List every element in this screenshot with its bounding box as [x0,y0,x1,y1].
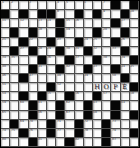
white-cell[interactable] [102,19,111,28]
white-cell[interactable] [75,111,84,120]
white-cell[interactable]: 11 [1,19,10,28]
clue-number: 33 [112,47,116,50]
clue-number: 66 [38,111,42,114]
white-cell[interactable] [121,129,130,138]
black-cell [10,120,19,129]
clue-number: 62 [66,101,70,104]
clue-number: 61 [38,101,42,104]
black-cell [65,92,74,101]
clue-number: 68 [93,111,97,114]
clue-number: 58 [130,92,134,95]
black-cell [65,138,74,147]
white-cell[interactable]: 54 [1,92,10,101]
white-cell[interactable]: 50 [111,74,120,83]
white-cell[interactable] [38,74,47,83]
white-cell[interactable]: 55 [47,92,56,101]
clue-number: 55 [47,92,51,95]
clue-number: 46 [2,74,6,77]
white-cell[interactable]: 58 [130,92,139,101]
white-cell[interactable] [38,120,47,129]
white-cell[interactable] [130,120,139,129]
white-cell[interactable]: 15 [65,19,74,28]
clue-number: 10 [130,10,134,13]
clue-number: 40 [2,65,6,68]
white-cell[interactable] [47,74,56,83]
white-cell[interactable] [75,65,84,74]
white-cell[interactable] [102,111,111,120]
white-cell[interactable] [10,101,19,110]
white-cell[interactable] [121,138,130,147]
black-cell [121,28,130,37]
white-cell[interactable]: 13 [38,19,47,28]
clue-number: 17 [121,19,125,22]
clue-number: 78 [84,129,88,132]
black-cell [10,47,19,56]
clue-number: 79 [112,129,116,132]
white-cell[interactable]: 3 [29,1,38,10]
white-cell[interactable] [84,56,93,65]
black-cell [47,120,56,129]
black-cell [47,129,56,138]
white-cell[interactable] [102,65,111,74]
white-cell[interactable] [65,129,74,138]
white-cell[interactable]: 28 [38,47,47,56]
white-cell[interactable]: 26 [121,38,130,47]
black-cell [130,111,139,120]
white-cell[interactable]: 32 [93,47,102,56]
white-cell[interactable]: 12 [19,19,28,28]
white-cell[interactable]: 80 [1,138,10,147]
clue-number: 51 [2,83,6,86]
clue-number: 63 [93,101,97,104]
crossword-grid: 1234567891011121314151617181920212223242… [0,0,140,148]
white-cell[interactable] [121,111,130,120]
white-cell[interactable]: 36 [47,56,56,65]
white-cell[interactable]: 65 [1,111,10,120]
white-cell[interactable]: 67 [65,111,74,120]
white-cell[interactable] [93,1,102,10]
white-cell[interactable]: 1 [1,1,10,10]
white-cell[interactable]: 37 [75,56,84,65]
white-cell[interactable] [29,56,38,65]
white-cell[interactable] [65,120,74,129]
black-cell [75,120,84,129]
clue-number: 56 [75,92,79,95]
black-cell [19,10,28,19]
white-cell[interactable] [10,83,19,92]
white-cell[interactable] [111,56,120,65]
black-cell [121,74,130,83]
white-cell[interactable]: 29 [47,47,56,56]
white-cell[interactable] [19,28,28,37]
black-cell [56,47,65,56]
clue-number: 38 [103,56,107,59]
black-cell [130,56,139,65]
black-cell [29,47,38,56]
white-cell[interactable] [102,74,111,83]
clue-number: 35 [11,56,15,59]
white-cell[interactable]: 56 [75,92,84,101]
white-cell[interactable] [84,28,93,37]
black-cell [84,101,93,110]
filled-letter: O [102,83,110,91]
white-cell[interactable] [1,28,10,37]
white-cell[interactable] [38,129,47,138]
clue-number: 2 [11,1,13,4]
white-cell[interactable]: 23 [56,38,65,47]
white-cell[interactable]: 51 [1,83,10,92]
white-cell[interactable] [102,38,111,47]
white-cell[interactable]: 82 [75,138,84,147]
white-cell[interactable] [1,47,10,56]
white-cell[interactable]: 48 [56,74,65,83]
white-cell[interactable]: 45 [130,65,139,74]
clue-number: 76 [29,129,33,132]
black-cell [111,1,120,10]
clue-number: 71 [57,120,61,123]
clue-number: 65 [2,111,6,114]
filled-letter: H [93,83,101,91]
black-cell [111,101,120,110]
clue-number: 72 [84,120,88,123]
black-cell [102,138,111,147]
white-cell[interactable] [130,47,139,56]
white-cell[interactable]: 69 [19,120,28,129]
white-cell[interactable]: 38 [102,56,111,65]
white-cell[interactable]: 41 [38,65,47,74]
clue-number: 81 [38,138,42,141]
white-cell[interactable] [38,83,47,92]
clue-number: 45 [130,65,134,68]
white-cell[interactable]: 73 [111,120,120,129]
white-cell[interactable]: 43 [93,65,102,74]
clue-number: 4 [57,1,59,4]
white-cell[interactable]: 39 [121,56,130,65]
clue-number: 77 [57,129,61,132]
black-cell [93,10,102,19]
white-cell[interactable]: 33 [111,47,120,56]
white-cell[interactable] [19,1,28,10]
white-cell[interactable] [84,19,93,28]
clue-number: 31 [75,47,79,50]
white-cell[interactable]: O [102,83,111,92]
white-cell[interactable] [111,28,120,37]
white-cell[interactable]: 81 [38,138,47,147]
black-cell [130,129,139,138]
clue-number: 24 [84,38,88,41]
black-cell [56,19,65,28]
white-cell[interactable]: 42 [65,65,74,74]
clue-number: 15 [66,19,70,22]
white-cell[interactable] [93,120,102,129]
white-cell[interactable] [121,120,130,129]
white-cell[interactable] [102,47,111,56]
white-cell[interactable] [47,101,56,110]
white-cell[interactable] [93,129,102,138]
white-cell[interactable]: 74 [1,129,10,138]
black-cell [111,111,120,120]
white-cell[interactable] [29,83,38,92]
white-cell[interactable] [75,83,84,92]
white-cell[interactable] [10,10,19,19]
white-cell[interactable] [84,138,93,147]
clue-number: 12 [20,19,24,22]
clue-number: 5 [66,1,68,4]
clue-number: 20 [103,28,107,31]
clue-number: 43 [93,65,97,68]
clue-number: 80 [2,138,6,141]
filled-letter: E [121,83,129,91]
white-cell[interactable] [1,120,10,129]
white-cell[interactable] [130,28,139,37]
clue-number: 83 [112,138,116,141]
clue-number: 42 [66,65,70,68]
white-cell[interactable]: 19 [65,28,74,37]
clue-number: 75 [11,129,15,132]
black-cell [19,129,28,138]
black-cell [130,83,139,92]
white-cell[interactable] [56,92,65,101]
black-cell [56,111,65,120]
white-cell[interactable] [121,92,130,101]
clue-number: 49 [84,74,88,77]
white-cell[interactable]: 17 [121,19,130,28]
black-cell [102,120,111,129]
white-cell[interactable] [10,19,19,28]
clue-number: 25 [93,38,97,41]
black-cell [84,111,93,120]
black-cell [29,28,38,37]
white-cell[interactable] [130,138,139,147]
black-cell [65,56,74,65]
white-cell[interactable] [65,10,74,19]
white-cell[interactable]: 20 [102,28,111,37]
white-cell[interactable] [10,38,19,47]
white-cell[interactable]: 66 [38,111,47,120]
white-cell[interactable] [93,74,102,83]
white-cell[interactable] [29,92,38,101]
clue-number: 18 [38,28,42,31]
white-cell[interactable]: P [111,83,120,92]
white-cell[interactable] [111,10,120,19]
white-cell[interactable]: 63 [93,101,102,110]
clue-number: 32 [93,47,97,50]
white-cell[interactable]: H [93,83,102,92]
white-cell[interactable] [130,101,139,110]
clue-number: 34 [2,56,6,59]
white-cell[interactable] [84,92,93,101]
white-cell[interactable] [56,138,65,147]
white-cell[interactable] [130,38,139,47]
white-cell[interactable]: 70 [29,120,38,129]
clue-number: 19 [66,28,70,31]
white-cell[interactable] [65,74,74,83]
clue-number: 59 [2,101,6,104]
black-cell [111,38,120,47]
white-cell[interactable] [29,10,38,19]
black-cell [130,1,139,10]
white-cell[interactable] [111,92,120,101]
clue-number: 73 [112,120,116,123]
black-cell [47,83,56,92]
white-cell[interactable] [19,111,28,120]
white-cell[interactable] [10,111,19,120]
white-cell[interactable] [10,74,19,83]
black-cell [111,65,120,74]
white-cell[interactable] [65,83,74,92]
white-cell[interactable]: 24 [84,38,93,47]
white-cell[interactable]: 10 [130,10,139,19]
white-cell[interactable]: 25 [93,38,102,47]
white-cell[interactable] [84,83,93,92]
white-cell[interactable] [93,19,102,28]
black-cell [47,38,56,47]
black-cell [19,74,28,83]
clue-number: 9 [103,10,105,13]
white-cell[interactable]: 35 [10,56,19,65]
black-cell [56,28,65,37]
white-cell[interactable]: 46 [1,74,10,83]
white-cell[interactable]: 31 [75,47,84,56]
black-cell [93,28,102,37]
white-cell[interactable]: 44 [121,65,130,74]
white-cell[interactable] [56,56,65,65]
clue-number: 3 [29,1,31,4]
black-cell [19,92,28,101]
white-cell[interactable] [65,38,74,47]
black-cell [38,92,47,101]
black-cell [29,65,38,74]
white-cell[interactable]: 9 [102,10,111,19]
white-cell[interactable]: 75 [10,129,19,138]
white-cell[interactable] [19,138,28,147]
white-cell[interactable]: 83 [111,138,120,147]
black-cell [29,138,38,147]
white-cell[interactable]: 6 [84,1,93,10]
white-cell[interactable] [93,138,102,147]
black-cell [102,129,111,138]
clue-number: 8 [57,10,59,13]
white-cell[interactable]: 34 [1,56,10,65]
white-cell[interactable] [38,38,47,47]
white-cell[interactable]: 8 [56,10,65,19]
white-cell[interactable]: 21 [1,38,10,47]
black-cell [111,19,120,28]
clue-number: 27 [20,47,24,50]
white-cell[interactable]: 78 [84,129,93,138]
black-cell [47,10,56,19]
white-cell[interactable] [75,101,84,110]
clue-number: 54 [2,92,6,95]
white-cell[interactable] [47,111,56,120]
white-cell[interactable]: 62 [65,101,74,110]
white-cell[interactable] [47,138,56,147]
white-cell[interactable] [10,65,19,74]
clue-number: 50 [112,74,116,77]
black-cell [56,101,65,110]
white-cell[interactable] [75,28,84,37]
white-cell[interactable]: 47 [29,74,38,83]
clue-number: 14 [47,19,51,22]
white-cell[interactable]: 16 [75,19,84,28]
white-cell[interactable] [10,92,19,101]
white-cell[interactable]: 27 [19,47,28,56]
clue-number: 82 [75,138,79,141]
white-cell[interactable]: 4 [56,1,65,10]
clue-number: 39 [121,56,125,59]
white-cell[interactable] [130,74,139,83]
white-cell[interactable]: 5 [65,1,74,10]
white-cell[interactable]: 77 [56,129,65,138]
white-cell[interactable] [102,101,111,110]
white-cell[interactable]: 61 [38,101,47,110]
white-cell[interactable] [29,19,38,28]
white-cell[interactable]: 68 [93,111,102,120]
white-cell[interactable]: 60 [19,101,28,110]
white-cell[interactable] [38,1,47,10]
clue-number: 67 [66,111,70,114]
white-cell[interactable]: 76 [29,129,38,138]
white-cell[interactable]: 59 [1,101,10,110]
white-cell[interactable] [19,56,28,65]
white-cell[interactable]: 2 [10,1,19,10]
white-cell[interactable] [47,65,56,74]
black-cell [29,111,38,120]
white-cell[interactable]: 79 [111,129,120,138]
white-cell[interactable]: 18 [38,28,47,37]
white-cell[interactable] [19,65,28,74]
clue-number: 47 [29,74,33,77]
white-cell[interactable] [47,28,56,37]
clue-number: 74 [2,129,6,132]
black-cell [10,28,19,37]
white-cell[interactable] [47,1,56,10]
black-cell [38,10,47,19]
black-cell [84,47,93,56]
white-cell[interactable] [75,74,84,83]
clue-number: 13 [38,19,42,22]
white-cell[interactable]: 14 [47,19,56,28]
white-cell[interactable] [84,10,93,19]
white-cell[interactable]: 57 [102,92,111,101]
black-cell [93,56,102,65]
white-cell[interactable] [10,138,19,147]
white-cell[interactable] [75,1,84,10]
clue-number: 30 [66,47,70,50]
white-cell[interactable]: 30 [65,47,74,56]
white-cell[interactable]: 53E [121,83,130,92]
white-cell[interactable]: 52 [56,83,65,92]
clue-number: 16 [75,19,79,22]
black-cell [1,10,10,19]
white-cell[interactable] [130,19,139,28]
filled-letter: P [111,83,119,91]
white-cell[interactable]: 71 [56,120,65,129]
clue-number: 44 [121,65,125,68]
black-cell [75,10,84,19]
white-cell[interactable]: 7 [102,1,111,10]
white-cell[interactable]: 22 [29,38,38,47]
white-cell[interactable]: 64 [121,101,130,110]
clue-number: 29 [47,47,51,50]
white-cell[interactable]: 49 [84,74,93,83]
clue-number: 57 [103,92,107,95]
clue-number: 41 [38,65,42,68]
white-cell[interactable] [19,83,28,92]
white-cell[interactable]: 40 [1,65,10,74]
white-cell[interactable] [121,1,130,10]
white-cell[interactable]: 72 [84,120,93,129]
